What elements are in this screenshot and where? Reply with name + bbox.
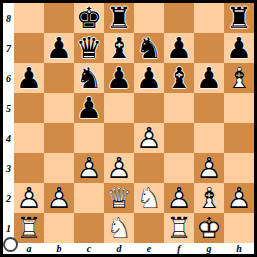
- rank-label-7: 7: [3, 33, 14, 63]
- piece-outline-glyph: ♙: [224, 183, 254, 213]
- square-f1[interactable]: ♜♖: [164, 213, 194, 243]
- piece-outline-glyph: ♖: [164, 213, 194, 243]
- square-b4[interactable]: [44, 123, 74, 153]
- piece-glyph: ♛: [74, 33, 104, 63]
- piece-glyph: ♟: [74, 93, 104, 123]
- piece-white-pawn-g3[interactable]: ♟♙: [194, 153, 224, 183]
- piece-white-knight-d1[interactable]: ♞♘: [104, 213, 134, 243]
- square-g1[interactable]: ♚♔: [194, 213, 224, 243]
- piece-outline-glyph: ♘: [104, 213, 134, 243]
- piece-outline-glyph: ♙: [134, 123, 164, 153]
- piece-outline-glyph: ♙: [14, 183, 44, 213]
- piece-glyph: ♟: [224, 33, 254, 63]
- piece-white-knight-e2[interactable]: ♞♘: [134, 183, 164, 213]
- piece-black-pawn-g6[interactable]: ♟: [194, 63, 224, 93]
- square-a4[interactable]: [14, 123, 44, 153]
- piece-white-pawn-a2[interactable]: ♟♙: [14, 183, 44, 213]
- square-h1[interactable]: [224, 213, 254, 243]
- piece-glyph: ♞: [134, 33, 164, 63]
- square-c3[interactable]: ♟♙: [74, 153, 104, 183]
- piece-glyph: ♚: [74, 3, 104, 33]
- square-g4[interactable]: [194, 123, 224, 153]
- square-h2[interactable]: ♟♙: [224, 183, 254, 213]
- piece-glyph: ♟: [14, 63, 44, 93]
- diagram-inner-margin: ♚♜♜♟♛♝♞♟♟♟♞♟♟♝♟♝♗♟♟♙♟♙♟♙♟♙♟♙♟♙♛♕♞♘♟♙♝♗♟♙…: [3, 3, 254, 254]
- piece-white-pawn-h2[interactable]: ♟♙: [224, 183, 254, 213]
- square-d8[interactable]: ♜: [104, 3, 134, 33]
- square-h5[interactable]: [224, 93, 254, 123]
- square-b2[interactable]: ♟♙: [44, 183, 74, 213]
- square-e6[interactable]: ♟: [134, 63, 164, 93]
- square-h3[interactable]: [224, 153, 254, 183]
- piece-glyph: ♝: [164, 63, 194, 93]
- piece-white-pawn-c3[interactable]: ♟♙: [74, 153, 104, 183]
- file-label-d: d: [104, 243, 134, 254]
- square-f7[interactable]: ♟: [164, 33, 194, 63]
- square-a7[interactable]: [14, 33, 44, 63]
- piece-black-pawn-c5[interactable]: ♟: [74, 93, 104, 123]
- square-d7[interactable]: ♝: [104, 33, 134, 63]
- piece-white-pawn-d3[interactable]: ♟♙: [104, 153, 134, 183]
- piece-glyph: ♟: [104, 63, 134, 93]
- piece-black-pawn-b7[interactable]: ♟: [44, 33, 74, 63]
- square-a2[interactable]: ♟♙: [14, 183, 44, 213]
- file-label-h: h: [224, 243, 254, 254]
- square-d6[interactable]: ♟: [104, 63, 134, 93]
- piece-white-bishop-h6[interactable]: ♝♗: [224, 63, 254, 93]
- file-label-b: b: [44, 243, 74, 254]
- piece-black-knight-c6[interactable]: ♞: [74, 63, 104, 93]
- chess-diagram: ♚♜♜♟♛♝♞♟♟♟♞♟♟♝♟♝♗♟♟♙♟♙♟♙♟♙♟♙♟♙♛♕♞♘♟♙♝♗♟♙…: [0, 0, 257, 257]
- piece-glyph: ♜: [104, 3, 134, 33]
- rank-labels: 87654321: [3, 3, 14, 243]
- square-e3[interactable]: [134, 153, 164, 183]
- square-c7[interactable]: ♛: [74, 33, 104, 63]
- square-g5[interactable]: [194, 93, 224, 123]
- piece-white-bishop-g2[interactable]: ♝♗: [194, 183, 224, 213]
- piece-glyph: ♟: [134, 63, 164, 93]
- square-c8[interactable]: ♚: [74, 3, 104, 33]
- square-b1[interactable]: [44, 213, 74, 243]
- piece-outline-glyph: ♖: [14, 213, 44, 243]
- piece-glyph: ♟: [44, 33, 74, 63]
- rank-label-4: 4: [3, 123, 14, 153]
- square-h4[interactable]: [224, 123, 254, 153]
- piece-outline-glyph: ♙: [194, 153, 224, 183]
- rank-label-8: 8: [3, 3, 14, 33]
- piece-glyph: ♟: [164, 33, 194, 63]
- rank-label-5: 5: [3, 93, 14, 123]
- piece-white-queen-d2[interactable]: ♛♕: [104, 183, 134, 213]
- file-label-e: e: [134, 243, 164, 254]
- square-a3[interactable]: [14, 153, 44, 183]
- piece-outline-glyph: ♕: [104, 183, 134, 213]
- piece-white-pawn-e4[interactable]: ♟♙: [134, 123, 164, 153]
- square-c5[interactable]: ♟: [74, 93, 104, 123]
- file-label-g: g: [194, 243, 224, 254]
- square-b7[interactable]: ♟: [44, 33, 74, 63]
- rank-label-3: 3: [3, 153, 14, 183]
- chess-board: ♚♜♜♟♛♝♞♟♟♟♞♟♟♝♟♝♗♟♟♙♟♙♟♙♟♙♟♙♟♙♛♕♞♘♟♙♝♗♟♙…: [14, 3, 254, 243]
- square-f3[interactable]: [164, 153, 194, 183]
- piece-outline-glyph: ♙: [74, 153, 104, 183]
- square-d3[interactable]: ♟♙: [104, 153, 134, 183]
- piece-black-knight-e7[interactable]: ♞: [134, 33, 164, 63]
- piece-black-pawn-h7[interactable]: ♟: [224, 33, 254, 63]
- square-g3[interactable]: ♟♙: [194, 153, 224, 183]
- square-g8[interactable]: [194, 3, 224, 33]
- square-b8[interactable]: [44, 3, 74, 33]
- piece-glyph: ♝: [104, 33, 134, 63]
- square-g2[interactable]: ♝♗: [194, 183, 224, 213]
- square-f2[interactable]: ♟♙: [164, 183, 194, 213]
- piece-black-queen-c7[interactable]: ♛: [74, 33, 104, 63]
- square-e4[interactable]: ♟♙: [134, 123, 164, 153]
- square-f5[interactable]: [164, 93, 194, 123]
- square-b3[interactable]: [44, 153, 74, 183]
- square-c4[interactable]: [74, 123, 104, 153]
- piece-outline-glyph: ♗: [194, 183, 224, 213]
- square-e1[interactable]: [134, 213, 164, 243]
- piece-outline-glyph: ♗: [224, 63, 254, 93]
- file-label-c: c: [74, 243, 104, 254]
- square-g7[interactable]: [194, 33, 224, 63]
- piece-glyph: ♞: [74, 63, 104, 93]
- file-label-f: f: [164, 243, 194, 254]
- file-labels: abcdefgh: [14, 243, 254, 254]
- file-label-a: a: [14, 243, 44, 254]
- piece-outline-glyph: ♔: [194, 213, 224, 243]
- square-b6[interactable]: [44, 63, 74, 93]
- piece-glyph: ♟: [194, 63, 224, 93]
- square-e7[interactable]: ♞: [134, 33, 164, 63]
- square-g6[interactable]: ♟: [194, 63, 224, 93]
- piece-outline-glyph: ♙: [164, 183, 194, 213]
- piece-white-rook-a1[interactable]: ♜♖: [14, 213, 44, 243]
- piece-white-pawn-b2[interactable]: ♟♙: [44, 183, 74, 213]
- square-h8[interactable]: ♜: [224, 3, 254, 33]
- square-e2[interactable]: ♞♘: [134, 183, 164, 213]
- square-a8[interactable]: [14, 3, 44, 33]
- square-a1[interactable]: ♜♖: [14, 213, 44, 243]
- square-c2[interactable]: [74, 183, 104, 213]
- piece-black-pawn-f7[interactable]: ♟: [164, 33, 194, 63]
- square-h6[interactable]: ♝♗: [224, 63, 254, 93]
- square-a5[interactable]: [14, 93, 44, 123]
- piece-black-rook-d8[interactable]: ♜: [104, 3, 134, 33]
- square-f8[interactable]: [164, 3, 194, 33]
- square-d5[interactable]: [104, 93, 134, 123]
- square-a6[interactable]: ♟: [14, 63, 44, 93]
- square-f4[interactable]: [164, 123, 194, 153]
- piece-black-bishop-f6[interactable]: ♝: [164, 63, 194, 93]
- rank-label-6: 6: [3, 63, 14, 93]
- piece-black-king-c8[interactable]: ♚: [74, 3, 104, 33]
- piece-glyph: ♜: [224, 3, 254, 33]
- square-d1[interactable]: ♞♘: [104, 213, 134, 243]
- square-e5[interactable]: [134, 93, 164, 123]
- square-h7[interactable]: ♟: [224, 33, 254, 63]
- square-c6[interactable]: ♞: [74, 63, 104, 93]
- piece-black-rook-h8[interactable]: ♜: [224, 3, 254, 33]
- piece-black-pawn-a6[interactable]: ♟: [14, 63, 44, 93]
- piece-white-rook-f1[interactable]: ♜♖: [164, 213, 194, 243]
- piece-black-pawn-e6[interactable]: ♟: [134, 63, 164, 93]
- piece-white-pawn-f2[interactable]: ♟♙: [164, 183, 194, 213]
- square-b5[interactable]: [44, 93, 74, 123]
- square-f6[interactable]: ♝: [164, 63, 194, 93]
- piece-outline-glyph: ♘: [134, 183, 164, 213]
- rank-label-2: 2: [3, 183, 14, 213]
- piece-outline-glyph: ♙: [44, 183, 74, 213]
- piece-black-bishop-d7[interactable]: ♝: [104, 33, 134, 63]
- piece-black-pawn-d6[interactable]: ♟: [104, 63, 134, 93]
- white-to-move-indicator: [3, 237, 18, 252]
- piece-outline-glyph: ♙: [104, 153, 134, 183]
- square-d4[interactable]: [104, 123, 134, 153]
- square-e8[interactable]: [134, 3, 164, 33]
- piece-white-king-g1[interactable]: ♚♔: [194, 213, 224, 243]
- square-d2[interactable]: ♛♕: [104, 183, 134, 213]
- square-c1[interactable]: [74, 213, 104, 243]
